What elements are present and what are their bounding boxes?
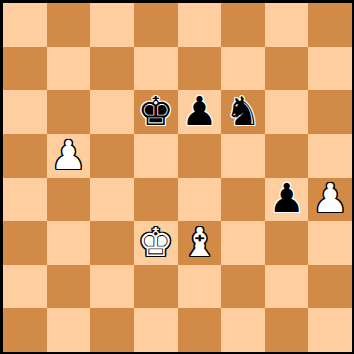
square-e6[interactable]: ♟	[178, 90, 222, 134]
black-pawn-piece[interactable]: ♟	[269, 178, 305, 218]
square-d3[interactable]: ♚	[134, 221, 178, 265]
square-h8[interactable]	[308, 3, 352, 47]
square-h5[interactable]	[308, 134, 352, 178]
square-d6[interactable]: ♚	[134, 90, 178, 134]
square-h1[interactable]	[308, 308, 352, 352]
white-pawn-piece[interactable]: ♟	[312, 178, 348, 218]
square-c6[interactable]	[90, 90, 134, 134]
square-c4[interactable]	[90, 178, 134, 222]
square-e2[interactable]	[178, 265, 222, 309]
square-e8[interactable]	[178, 3, 222, 47]
square-c2[interactable]	[90, 265, 134, 309]
square-e4[interactable]	[178, 178, 222, 222]
board-grid: ♚♟♞♟♟♟♚♝	[3, 3, 352, 352]
square-a7[interactable]	[3, 47, 47, 91]
square-c5[interactable]	[90, 134, 134, 178]
square-d2[interactable]	[134, 265, 178, 309]
white-bishop-piece[interactable]: ♝	[181, 222, 217, 262]
square-b5[interactable]: ♟	[47, 134, 91, 178]
square-c3[interactable]	[90, 221, 134, 265]
square-d4[interactable]	[134, 178, 178, 222]
white-pawn-piece[interactable]: ♟	[51, 135, 87, 175]
square-c1[interactable]	[90, 308, 134, 352]
board-frame: ♚♟♞♟♟♟♚♝	[0, 0, 354, 354]
square-b7[interactable]	[47, 47, 91, 91]
square-a2[interactable]	[3, 265, 47, 309]
square-e1[interactable]	[178, 308, 222, 352]
square-b3[interactable]	[47, 221, 91, 265]
square-b4[interactable]	[47, 178, 91, 222]
square-b8[interactable]	[47, 3, 91, 47]
square-g4[interactable]: ♟	[265, 178, 309, 222]
square-h2[interactable]	[308, 265, 352, 309]
square-g6[interactable]	[265, 90, 309, 134]
square-h3[interactable]	[308, 221, 352, 265]
square-g2[interactable]	[265, 265, 309, 309]
square-h4[interactable]: ♟	[308, 178, 352, 222]
square-e3[interactable]: ♝	[178, 221, 222, 265]
square-d8[interactable]	[134, 3, 178, 47]
square-e7[interactable]	[178, 47, 222, 91]
square-e5[interactable]	[178, 134, 222, 178]
square-a4[interactable]	[3, 178, 47, 222]
chessboard: ♚♟♞♟♟♟♚♝	[0, 0, 354, 354]
square-h6[interactable]	[308, 90, 352, 134]
square-g7[interactable]	[265, 47, 309, 91]
square-f8[interactable]	[221, 3, 265, 47]
square-g3[interactable]	[265, 221, 309, 265]
black-king-piece[interactable]: ♚	[138, 91, 174, 131]
square-f6[interactable]: ♞	[221, 90, 265, 134]
square-f7[interactable]	[221, 47, 265, 91]
square-c8[interactable]	[90, 3, 134, 47]
square-f1[interactable]	[221, 308, 265, 352]
square-g1[interactable]	[265, 308, 309, 352]
white-king-piece[interactable]: ♚	[138, 222, 174, 262]
square-f3[interactable]	[221, 221, 265, 265]
square-g8[interactable]	[265, 3, 309, 47]
square-h7[interactable]	[308, 47, 352, 91]
square-a5[interactable]	[3, 134, 47, 178]
square-b2[interactable]	[47, 265, 91, 309]
square-f2[interactable]	[221, 265, 265, 309]
square-a8[interactable]	[3, 3, 47, 47]
square-d1[interactable]	[134, 308, 178, 352]
black-pawn-piece[interactable]: ♟	[181, 91, 217, 131]
square-d7[interactable]	[134, 47, 178, 91]
square-a1[interactable]	[3, 308, 47, 352]
square-g5[interactable]	[265, 134, 309, 178]
square-a3[interactable]	[3, 221, 47, 265]
square-a6[interactable]	[3, 90, 47, 134]
square-f4[interactable]	[221, 178, 265, 222]
square-b6[interactable]	[47, 90, 91, 134]
square-c7[interactable]	[90, 47, 134, 91]
square-d5[interactable]	[134, 134, 178, 178]
square-f5[interactable]	[221, 134, 265, 178]
square-b1[interactable]	[47, 308, 91, 352]
black-knight-piece[interactable]: ♞	[225, 91, 261, 131]
